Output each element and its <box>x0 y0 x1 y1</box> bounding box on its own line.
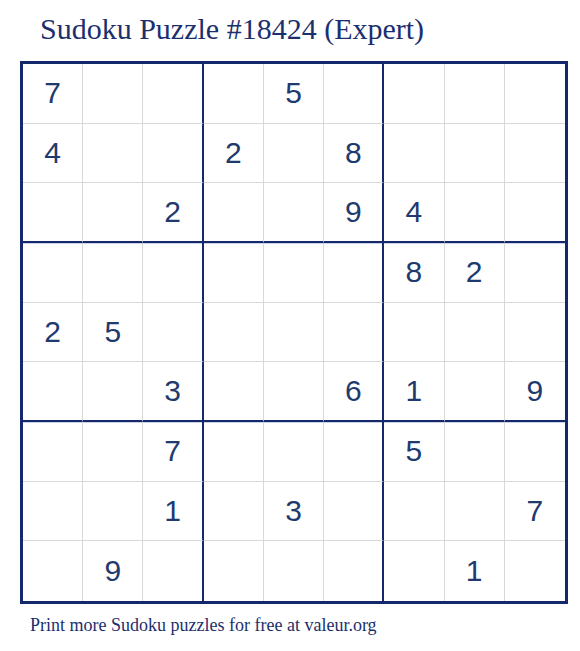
grid-cell-r1c9[interactable] <box>505 64 565 124</box>
given-digit: 7 <box>44 76 61 110</box>
grid-cell-r2c8[interactable] <box>445 124 505 184</box>
grid-cell-r9c3[interactable] <box>143 541 203 601</box>
grid-cell-r7c8[interactable] <box>445 422 505 482</box>
grid-cell-r5c7[interactable] <box>384 303 444 363</box>
grid-cell-r7c3[interactable]: 7 <box>143 422 203 482</box>
given-digit: 9 <box>104 554 121 588</box>
grid-cell-r3c2[interactable] <box>83 183 143 243</box>
grid-cell-r4c6[interactable] <box>324 243 384 303</box>
grid-cell-r3c7[interactable]: 4 <box>384 183 444 243</box>
grid-cell-r8c5[interactable]: 3 <box>264 482 324 542</box>
grid-cell-r4c5[interactable] <box>264 243 324 303</box>
grid-cell-r5c1[interactable]: 2 <box>23 303 83 363</box>
grid-cell-r4c1[interactable] <box>23 243 83 303</box>
given-digit: 1 <box>164 494 181 528</box>
sudoku-grid: 75428294822536197513791 <box>20 61 568 604</box>
grid-cell-r3c1[interactable] <box>23 183 83 243</box>
grid-cell-r6c2[interactable] <box>83 362 143 422</box>
given-digit: 2 <box>44 315 61 349</box>
given-digit: 2 <box>164 195 181 229</box>
grid-cell-r3c3[interactable]: 2 <box>143 183 203 243</box>
grid-cell-r6c5[interactable] <box>264 362 324 422</box>
grid-cell-r9c9[interactable] <box>505 541 565 601</box>
given-digit: 1 <box>466 554 483 588</box>
grid-cell-r8c2[interactable] <box>83 482 143 542</box>
grid-cell-r5c8[interactable] <box>445 303 505 363</box>
grid-cell-r2c5[interactable] <box>264 124 324 184</box>
grid-cell-r6c8[interactable] <box>445 362 505 422</box>
grid-cell-r6c3[interactable]: 3 <box>143 362 203 422</box>
grid-cell-r2c1[interactable]: 4 <box>23 124 83 184</box>
given-digit: 4 <box>406 195 423 229</box>
grid-cell-r1c5[interactable]: 5 <box>264 64 324 124</box>
grid-cell-r5c2[interactable]: 5 <box>83 303 143 363</box>
grid-cell-r8c3[interactable]: 1 <box>143 482 203 542</box>
grid-cell-r4c9[interactable] <box>505 243 565 303</box>
grid-cell-r4c7[interactable]: 8 <box>384 243 444 303</box>
grid-cell-r4c2[interactable] <box>83 243 143 303</box>
grid-cell-r5c3[interactable] <box>143 303 203 363</box>
grid-cell-r7c9[interactable] <box>505 422 565 482</box>
grid-cell-r2c9[interactable] <box>505 124 565 184</box>
grid-cell-r9c1[interactable] <box>23 541 83 601</box>
grid-cell-r2c3[interactable] <box>143 124 203 184</box>
given-digit: 1 <box>406 374 423 408</box>
grid-cell-r9c4[interactable] <box>204 541 264 601</box>
grid-cell-r3c4[interactable] <box>204 183 264 243</box>
grid-cell-r1c2[interactable] <box>83 64 143 124</box>
grid-cell-r7c7[interactable]: 5 <box>384 422 444 482</box>
grid-cell-r2c7[interactable] <box>384 124 444 184</box>
footer-text: Print more Sudoku puzzles for free at va… <box>30 615 377 636</box>
given-digit: 6 <box>345 374 362 408</box>
given-digit: 9 <box>345 195 362 229</box>
grid-cell-r4c3[interactable] <box>143 243 203 303</box>
grid-cell-r1c8[interactable] <box>445 64 505 124</box>
grid-cell-r4c4[interactable] <box>204 243 264 303</box>
grid-cell-r8c9[interactable]: 7 <box>505 482 565 542</box>
given-digit: 5 <box>406 434 423 468</box>
given-digit: 7 <box>527 494 544 528</box>
given-digit: 7 <box>164 434 181 468</box>
given-digit: 2 <box>466 255 483 289</box>
grid-cell-r3c8[interactable] <box>445 183 505 243</box>
grid-cell-r9c6[interactable] <box>324 541 384 601</box>
grid-cell-r1c7[interactable] <box>384 64 444 124</box>
grid-cell-r2c6[interactable]: 8 <box>324 124 384 184</box>
grid-cell-r6c1[interactable] <box>23 362 83 422</box>
grid-cell-r5c4[interactable] <box>204 303 264 363</box>
grid-cell-r5c6[interactable] <box>324 303 384 363</box>
given-digit: 9 <box>527 374 544 408</box>
grid-cell-r4c8[interactable]: 2 <box>445 243 505 303</box>
given-digit: 3 <box>164 374 181 408</box>
grid-cell-r8c8[interactable] <box>445 482 505 542</box>
given-digit: 5 <box>104 315 121 349</box>
given-digit: 3 <box>285 494 302 528</box>
given-digit: 8 <box>406 255 423 289</box>
grid-cell-r8c7[interactable] <box>384 482 444 542</box>
grid-cell-r8c4[interactable] <box>204 482 264 542</box>
grid-cell-r8c6[interactable] <box>324 482 384 542</box>
grid-cell-r9c2[interactable]: 9 <box>83 541 143 601</box>
grid-cell-r1c4[interactable] <box>204 64 264 124</box>
grid-cell-r6c4[interactable] <box>204 362 264 422</box>
grid-cell-r1c1[interactable]: 7 <box>23 64 83 124</box>
grid-cell-r2c4[interactable]: 2 <box>204 124 264 184</box>
page-title: Sudoku Puzzle #18424 (Expert) <box>40 12 424 46</box>
given-digit: 5 <box>285 76 302 110</box>
grid-cell-r9c5[interactable] <box>264 541 324 601</box>
grid-cell-r9c7[interactable] <box>384 541 444 601</box>
grid-cell-r7c1[interactable] <box>23 422 83 482</box>
grid-cell-r8c1[interactable] <box>23 482 83 542</box>
grid-cell-r7c5[interactable] <box>264 422 324 482</box>
grid-cell-r1c6[interactable] <box>324 64 384 124</box>
grid-cell-r1c3[interactable] <box>143 64 203 124</box>
grid-cell-r7c2[interactable] <box>83 422 143 482</box>
grid-cell-r5c5[interactable] <box>264 303 324 363</box>
grid-cell-r3c5[interactable] <box>264 183 324 243</box>
grid-cell-r2c2[interactable] <box>83 124 143 184</box>
given-digit: 8 <box>345 136 362 170</box>
grid-cell-r7c4[interactable] <box>204 422 264 482</box>
given-digit: 4 <box>44 136 61 170</box>
grid-cell-r6c7[interactable]: 1 <box>384 362 444 422</box>
grid-cell-r9c8[interactable]: 1 <box>445 541 505 601</box>
grid-cell-r6c9[interactable]: 9 <box>505 362 565 422</box>
grid-cell-r5c9[interactable] <box>505 303 565 363</box>
grid-cell-r6c6[interactable]: 6 <box>324 362 384 422</box>
grid-cell-r3c9[interactable] <box>505 183 565 243</box>
given-digit: 2 <box>225 136 242 170</box>
grid-cell-r7c6[interactable] <box>324 422 384 482</box>
grid-cell-r3c6[interactable]: 9 <box>324 183 384 243</box>
